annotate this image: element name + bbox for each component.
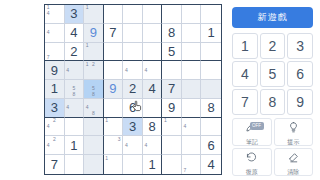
pencil-notes: 4 (65, 99, 84, 117)
pencil-notes: 24 (45, 118, 64, 136)
cell-value: 1 (148, 158, 155, 171)
cell-r8c8[interactable] (182, 136, 202, 155)
cell-r5c8[interactable] (182, 80, 202, 99)
cell-r9c3[interactable] (84, 155, 104, 174)
cell-r3c5[interactable] (123, 43, 143, 62)
cell-r1c7[interactable] (162, 5, 182, 24)
cell-r1c1[interactable]: 14 (45, 5, 65, 24)
cell-value: 7 (51, 158, 58, 171)
cell-r6c6[interactable] (143, 99, 163, 118)
cell-value: 8 (168, 26, 175, 39)
cell-r2c2[interactable]: 4 (65, 24, 85, 43)
cell-r2c7[interactable]: 8 (162, 24, 182, 43)
pencil-notes: 1 (84, 5, 103, 23)
cell-r7c3[interactable] (84, 118, 104, 137)
cell-r9c5[interactable] (123, 155, 143, 174)
cell-r7c9[interactable] (201, 118, 221, 137)
eraser-icon (287, 150, 300, 168)
cell-value: 2 (129, 82, 136, 95)
numpad-5[interactable]: 5 (260, 61, 286, 87)
cell-r7c8[interactable]: 4 (182, 118, 202, 137)
cell-r6c5[interactable]: 6 (123, 99, 143, 118)
cell-r4c9[interactable] (201, 61, 221, 80)
tool-buttons: OFF筆記提示復原清除 (232, 118, 313, 176)
cell-r2c1[interactable]: 4 (45, 24, 65, 43)
cell-value: 8 (148, 120, 155, 133)
cell-r1c2[interactable]: 3 (65, 5, 85, 24)
cell-r8c1[interactable]: 24 (45, 136, 65, 155)
cell-value: 4 (208, 158, 215, 171)
cell-r9c6[interactable]: 1 (143, 155, 163, 174)
pencil-notes: 7 (182, 155, 201, 174)
cell-r2c9[interactable]: 1 (201, 24, 221, 43)
cell-r9c9[interactable]: 4 (201, 155, 221, 174)
cell-r5c7[interactable]: 7 (162, 80, 182, 99)
cell-r8c7[interactable] (162, 136, 182, 155)
undo-tool-label: 復原 (246, 169, 258, 175)
cell-value: 6 (129, 101, 136, 114)
hint-tool-button[interactable]: 提示 (274, 118, 314, 146)
pencil-notes: 4 (143, 136, 162, 154)
numpad-8[interactable]: 8 (260, 89, 286, 115)
cell-r3c8[interactable] (182, 43, 202, 62)
cell-r6c7[interactable]: 9 (162, 99, 182, 118)
cell-r6c8[interactable] (182, 99, 202, 118)
cell-r6c4[interactable] (104, 99, 124, 118)
cell-r9c2[interactable] (65, 155, 85, 174)
new-game-button[interactable]: 新遊戲 (232, 7, 313, 28)
cell-r4c8[interactable] (182, 61, 202, 80)
cell-value: 3 (51, 101, 58, 114)
pencil-notes: 7 (45, 43, 64, 61)
cell-r9c1[interactable]: 7 (45, 155, 65, 174)
pencil-notes: 12 (84, 61, 103, 79)
cell-r6c3[interactable]: 48 (84, 99, 104, 118)
pencil-notes: 4 (123, 136, 142, 154)
cell-r1c6[interactable] (143, 5, 163, 24)
sudoku-board: 1431449781721594124415858924734486982413… (44, 4, 222, 175)
notes-tool-label: 筆記 (246, 139, 258, 145)
cell-r3c6[interactable] (143, 43, 163, 62)
cell-value: 2 (70, 45, 77, 58)
pencil-notes: 48 (84, 99, 103, 117)
numpad: 123456789 (232, 33, 313, 115)
cell-r3c2[interactable]: 2 (65, 43, 85, 62)
cell-r2c8[interactable] (182, 24, 202, 43)
cell-value: 7 (109, 26, 116, 39)
pencil-notes: 4 (143, 61, 162, 79)
cell-value: 1 (51, 82, 58, 95)
cell-r1c4[interactable] (104, 5, 124, 24)
cell-r8c6[interactable]: 4 (143, 136, 163, 155)
cell-r7c7[interactable]: 1 (162, 118, 182, 137)
cell-r9c4[interactable]: 1 (104, 155, 124, 174)
cell-r2c3[interactable]: 9 (84, 24, 104, 43)
erase-tool-label: 清除 (287, 169, 299, 175)
cell-value: 3 (129, 120, 136, 133)
cell-r4c3[interactable]: 12 (84, 61, 104, 80)
cell-r1c3[interactable]: 1 (84, 5, 104, 24)
numpad-1[interactable]: 1 (232, 33, 258, 59)
numpad-3[interactable]: 3 (287, 33, 313, 59)
cell-r2c5[interactable] (123, 24, 143, 43)
undo-icon (245, 150, 258, 168)
cell-value: 6 (208, 139, 215, 152)
cell-r9c8[interactable]: 7 (182, 155, 202, 174)
pencil-notes: 4 (182, 118, 201, 136)
numpad-9[interactable]: 9 (287, 89, 313, 115)
cell-r4c2[interactable]: 4 (65, 61, 85, 80)
cell-r9c7[interactable] (162, 155, 182, 174)
cell-r2c6[interactable] (143, 24, 163, 43)
pencil-notes: 1 (162, 118, 181, 136)
cell-r5c1[interactable]: 1 (45, 80, 65, 99)
pencil-notes: 4 (123, 61, 142, 79)
cell-r4c5[interactable]: 4 (123, 61, 143, 80)
undo-tool-button[interactable]: 復原 (232, 148, 272, 176)
pencil-notes: 3 (104, 136, 123, 154)
notes-tool-button[interactable]: OFF筆記 (232, 118, 272, 146)
numpad-4[interactable]: 4 (232, 61, 258, 87)
hint-tool-label: 提示 (287, 139, 299, 145)
cell-r7c2[interactable] (65, 118, 85, 137)
numpad-7[interactable]: 7 (232, 89, 258, 115)
cell-r5c4[interactable]: 9 (104, 80, 124, 99)
erase-tool-button[interactable]: 清除 (274, 148, 314, 176)
cell-r7c1[interactable]: 24 (45, 118, 65, 137)
pencil-notes: 1 (104, 155, 123, 174)
cell-r8c3[interactable] (84, 136, 104, 155)
cell-r4c6[interactable]: 4 (143, 61, 163, 80)
cell-r2c4[interactable]: 7 (104, 24, 124, 43)
cell-r8c4[interactable]: 3 (104, 136, 124, 155)
cell-value: 9 (51, 64, 58, 77)
cell-r3c1[interactable]: 7 (45, 43, 65, 62)
pencil-notes: 14 (45, 5, 64, 23)
cell-r1c9[interactable] (201, 5, 221, 24)
cell-value: 9 (168, 101, 175, 114)
pencil-notes: 58 (84, 80, 103, 98)
cell-r5c3[interactable]: 58 (84, 80, 104, 99)
cell-r4c1[interactable]: 9 (45, 61, 65, 80)
numpad-6[interactable]: 6 (287, 61, 313, 87)
cell-value: 3 (70, 7, 77, 20)
cell-value: 7 (168, 82, 175, 95)
cell-r4c7[interactable] (162, 61, 182, 80)
cell-r6c2[interactable]: 4 (65, 99, 85, 118)
cell-r8c9[interactable]: 6 (201, 136, 221, 155)
cell-r8c2[interactable]: 1 (65, 136, 85, 155)
numpad-2[interactable]: 2 (260, 33, 286, 59)
cell-r4c4[interactable] (104, 61, 124, 80)
cell-r7c5[interactable]: 3 (123, 118, 143, 137)
cell-r5c6[interactable]: 4 (143, 80, 163, 99)
cell-r7c6[interactable]: 8 (143, 118, 163, 137)
cell-value: 5 (168, 45, 175, 58)
cell-r3c9[interactable] (201, 43, 221, 62)
cell-r5c5[interactable]: 2 (123, 80, 143, 99)
sudoku-app: 1431449781721594124415858924734486982413… (0, 0, 320, 180)
cell-r5c9[interactable] (201, 80, 221, 99)
cell-r5c2[interactable]: 58 (65, 80, 85, 99)
notes-off-badge: OFF (250, 122, 264, 130)
cell-r7c4[interactable]: 1 (104, 118, 124, 137)
cell-r3c7[interactable]: 5 (162, 43, 182, 62)
pencil-notes: 24 (45, 136, 64, 154)
lightbulb-icon (287, 120, 300, 138)
cell-r1c8[interactable] (182, 5, 202, 24)
pencil-notes: 1 (104, 118, 123, 136)
cell-r6c9[interactable]: 8 (201, 99, 221, 118)
cell-r3c3[interactable]: 1 (84, 43, 104, 62)
cell-r3c4[interactable] (104, 43, 124, 62)
cell-r8c5[interactable]: 4 (123, 136, 143, 155)
cell-value: 1 (70, 139, 77, 152)
cell-r1c5[interactable] (123, 5, 143, 24)
pencil-notes: 4 (65, 61, 84, 79)
cell-r6c1[interactable]: 3 (45, 99, 65, 118)
cell-value: 8 (208, 101, 215, 114)
cell-value: 4 (148, 82, 155, 95)
cell-value: 4 (70, 26, 77, 39)
cell-value: 9 (109, 82, 116, 95)
pencil-notes: 1 (84, 43, 103, 61)
pencil-notes: 4 (45, 24, 64, 42)
cell-value: 9 (90, 26, 97, 39)
cell-value: 1 (208, 26, 215, 39)
pencil-notes: 58 (65, 80, 84, 98)
